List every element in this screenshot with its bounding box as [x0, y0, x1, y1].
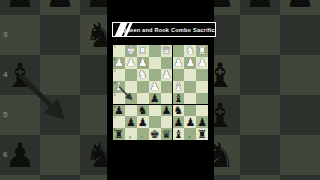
banner-title: Queen and Rook Combo Sacrifice	[112, 27, 216, 33]
piece-black-rook-h8[interactable]: ♜	[113, 128, 125, 140]
piece-white-pawn-g2[interactable]: ♟	[125, 57, 137, 69]
square-e7[interactable]	[149, 116, 161, 128]
piece-black-pawn-b7[interactable]: ♟	[184, 116, 196, 128]
square-g4[interactable]	[125, 81, 137, 93]
square-d7[interactable]	[161, 116, 173, 128]
square-a3[interactable]	[196, 69, 208, 81]
square-d5[interactable]	[161, 93, 173, 105]
square-g3[interactable]	[125, 69, 137, 81]
square-e1[interactable]	[149, 45, 161, 57]
square-e6[interactable]	[149, 105, 161, 117]
square-e2[interactable]	[149, 57, 161, 69]
square-f5[interactable]	[137, 93, 149, 105]
square-a6[interactable]	[196, 105, 208, 117]
piece-black-bishop-c8[interactable]: ♝	[173, 128, 185, 140]
square-g8[interactable]	[125, 128, 137, 140]
square-a5[interactable]	[196, 93, 208, 105]
square-e3[interactable]	[149, 69, 161, 81]
piece-white-queen-d1[interactable]: ♛	[161, 45, 173, 57]
square-b4[interactable]	[184, 81, 196, 93]
piece-black-pawn-f7[interactable]: ♟	[137, 116, 149, 128]
piece-white-knight-f3[interactable]: ♞	[137, 69, 149, 81]
square-f8[interactable]	[137, 128, 149, 140]
title-banner: Queen and Rook Combo Sacrifice	[112, 22, 216, 37]
piece-black-pawn-g7[interactable]: ♟	[125, 116, 137, 128]
piece-black-pawn-d6[interactable]: ♟	[161, 105, 173, 117]
piece-white-pawn-a2[interactable]: ♟	[196, 57, 208, 69]
square-f4[interactable]	[137, 81, 149, 93]
video-frame: ♜♝♛♚♜♟♟♟♟♟♞♟♞♟♝♟♝♟♝♟♞♟♟♟♟♟♟♜♞♛♜♚12345678…	[0, 0, 320, 180]
square-b3[interactable]	[184, 69, 196, 81]
piece-black-pawn-c7[interactable]: ♟	[173, 116, 185, 128]
piece-white-pawn-b2[interactable]: ♟	[184, 57, 196, 69]
square-b8[interactable]	[184, 128, 196, 140]
piece-white-king-g1[interactable]: ♚	[125, 45, 137, 57]
piece-black-bishop-c5[interactable]: ♝	[173, 93, 185, 105]
piece-white-bishop-h4[interactable]: ♝	[113, 81, 125, 93]
piece-black-queen-d8[interactable]: ♛	[161, 128, 173, 140]
piece-black-pawn-e5[interactable]: ♟	[149, 93, 161, 105]
square-h7[interactable]	[113, 116, 125, 128]
square-h3[interactable]	[113, 69, 125, 81]
piece-white-pawn-f2[interactable]: ♟	[137, 57, 149, 69]
piece-black-pawn-h6[interactable]: ♟	[113, 105, 125, 117]
piece-white-rook-f1[interactable]: ♜	[137, 45, 149, 57]
piece-black-pawn-a7[interactable]: ♟	[196, 116, 208, 128]
square-d4[interactable]	[161, 81, 173, 93]
square-g6[interactable]	[125, 105, 137, 117]
piece-black-knight-f6[interactable]: ♞	[137, 105, 149, 117]
square-h5[interactable]	[113, 93, 125, 105]
square-b6[interactable]	[184, 105, 196, 117]
piece-white-pawn-c2[interactable]: ♟	[173, 57, 185, 69]
piece-white-pawn-d3[interactable]: ♟	[161, 69, 173, 81]
square-c3[interactable]	[173, 69, 185, 81]
piece-black-rook-a8[interactable]: ♜	[196, 128, 208, 140]
chess-board[interactable]: ♜♝♛♚♜♟♟♟♟♟♞♟♞♟♝♟♝♟♝♟♞♟♟♟♟♟♟♜♞♛♜♚12345678…	[113, 45, 208, 140]
square-d2[interactable]	[161, 57, 173, 69]
piece-white-rook-a1[interactable]: ♜	[196, 45, 208, 57]
piece-black-knight-c6[interactable]: ♞	[173, 105, 185, 117]
square-b5[interactable]	[184, 93, 196, 105]
square-a4[interactable]	[196, 81, 208, 93]
square-g5[interactable]	[125, 93, 137, 105]
piece-white-bishop-c4[interactable]: ♝	[173, 81, 185, 93]
piece-black-king-e8[interactable]: ♚	[149, 128, 161, 140]
piece-white-pawn-e4[interactable]: ♟	[149, 81, 161, 93]
piece-white-pawn-h2[interactable]: ♟	[113, 57, 125, 69]
piece-white-knight-b1[interactable]: ♞	[184, 45, 196, 57]
